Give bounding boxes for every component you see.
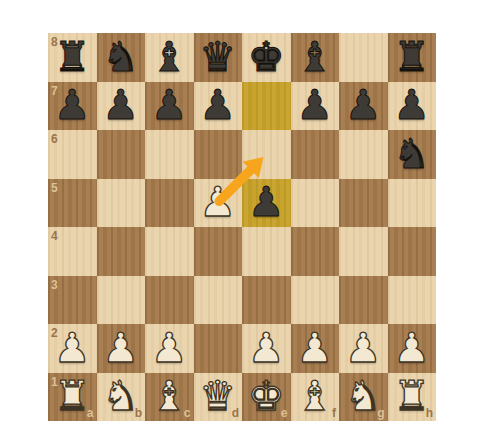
square-f5[interactable] <box>291 179 340 228</box>
black-knight-h6-piece[interactable]: ♞ <box>393 134 430 175</box>
rank-label-8: 8 <box>51 36 58 48</box>
rank-label-3: 3 <box>51 279 58 291</box>
chess-board: 8♜♞♝♛♚♝♜7♟♟♟♟♟♟♟6♞5♟♟432♟♟♟♟♟♟♟1a♜b♞c♝d♛… <box>48 33 436 421</box>
chess-board-container: 8♜♞♝♛♚♝♜7♟♟♟♟♟♟♟6♞5♟♟432♟♟♟♟♟♟♟1a♜b♞c♝d♛… <box>48 33 436 421</box>
square-c8[interactable]: ♝ <box>145 33 194 82</box>
square-h6[interactable]: ♞ <box>388 130 437 179</box>
square-h3[interactable] <box>388 276 437 325</box>
square-d7[interactable]: ♟ <box>194 82 243 131</box>
white-pawn-b2-piece[interactable]: ♟ <box>102 328 139 369</box>
file-label-d: d <box>232 407 239 419</box>
black-pawn-c7-piece[interactable]: ♟ <box>151 85 188 126</box>
square-c1[interactable]: c♝ <box>145 373 194 422</box>
square-e6[interactable] <box>242 130 291 179</box>
black-queen-d8-piece[interactable]: ♛ <box>199 37 236 78</box>
file-label-a: a <box>87 407 94 419</box>
black-knight-b8-piece[interactable]: ♞ <box>102 37 139 78</box>
square-e3[interactable] <box>242 276 291 325</box>
black-bishop-c8-piece[interactable]: ♝ <box>151 37 188 78</box>
white-pawn-h2-piece[interactable]: ♟ <box>393 328 430 369</box>
square-d1[interactable]: d♛ <box>194 373 243 422</box>
square-c3[interactable] <box>145 276 194 325</box>
square-a2[interactable]: 2♟ <box>48 324 97 373</box>
square-c6[interactable] <box>145 130 194 179</box>
square-b8[interactable]: ♞ <box>97 33 146 82</box>
square-d4[interactable] <box>194 227 243 276</box>
square-a5[interactable]: 5 <box>48 179 97 228</box>
square-b3[interactable] <box>97 276 146 325</box>
square-d2[interactable] <box>194 324 243 373</box>
white-knight-g1-piece[interactable]: ♞ <box>345 376 382 417</box>
square-f4[interactable] <box>291 227 340 276</box>
square-h2[interactable]: ♟ <box>388 324 437 373</box>
rank-label-7: 7 <box>51 85 58 97</box>
square-g3[interactable] <box>339 276 388 325</box>
black-pawn-d7-piece[interactable]: ♟ <box>199 85 236 126</box>
square-a1[interactable]: 1a♜ <box>48 373 97 422</box>
square-g2[interactable]: ♟ <box>339 324 388 373</box>
file-label-e: e <box>281 407 288 419</box>
white-queen-d1-piece[interactable]: ♛ <box>199 376 236 417</box>
square-e5[interactable]: ♟ <box>242 179 291 228</box>
rank-label-4: 4 <box>51 230 58 242</box>
square-b2[interactable]: ♟ <box>97 324 146 373</box>
white-bishop-f1-piece[interactable]: ♝ <box>296 376 333 417</box>
white-king-e1-piece[interactable]: ♚ <box>248 376 285 417</box>
black-pawn-e5-piece[interactable]: ♟ <box>248 182 285 223</box>
square-b4[interactable] <box>97 227 146 276</box>
square-d6[interactable] <box>194 130 243 179</box>
square-e1[interactable]: e♚ <box>242 373 291 422</box>
square-f6[interactable] <box>291 130 340 179</box>
square-g7[interactable]: ♟ <box>339 82 388 131</box>
square-b5[interactable] <box>97 179 146 228</box>
black-bishop-f8-piece[interactable]: ♝ <box>296 37 333 78</box>
square-g6[interactable] <box>339 130 388 179</box>
square-b7[interactable]: ♟ <box>97 82 146 131</box>
square-h1[interactable]: h♜ <box>388 373 437 422</box>
black-king-e8-piece[interactable]: ♚ <box>248 37 285 78</box>
square-d5[interactable]: ♟ <box>194 179 243 228</box>
black-pawn-h7-piece[interactable]: ♟ <box>393 85 430 126</box>
square-h5[interactable] <box>388 179 437 228</box>
file-label-c: c <box>184 407 191 419</box>
square-c2[interactable]: ♟ <box>145 324 194 373</box>
black-pawn-g7-piece[interactable]: ♟ <box>345 85 382 126</box>
white-bishop-c1-piece[interactable]: ♝ <box>151 376 188 417</box>
square-f7[interactable]: ♟ <box>291 82 340 131</box>
square-g1[interactable]: g♞ <box>339 373 388 422</box>
white-pawn-g2-piece[interactable]: ♟ <box>345 328 382 369</box>
rank-label-1: 1 <box>51 376 58 388</box>
square-f3[interactable] <box>291 276 340 325</box>
square-d3[interactable] <box>194 276 243 325</box>
file-label-h: h <box>426 407 433 419</box>
square-c4[interactable] <box>145 227 194 276</box>
square-e4[interactable] <box>242 227 291 276</box>
square-g4[interactable] <box>339 227 388 276</box>
square-a4[interactable]: 4 <box>48 227 97 276</box>
square-c7[interactable]: ♟ <box>145 82 194 131</box>
white-pawn-a2-piece[interactable]: ♟ <box>54 328 91 369</box>
square-f2[interactable]: ♟ <box>291 324 340 373</box>
square-g5[interactable] <box>339 179 388 228</box>
square-f1[interactable]: f♝ <box>291 373 340 422</box>
square-d8[interactable]: ♛ <box>194 33 243 82</box>
white-pawn-f2-piece[interactable]: ♟ <box>296 328 333 369</box>
square-b1[interactable]: b♞ <box>97 373 146 422</box>
file-label-f: f <box>332 407 336 419</box>
black-pawn-a7-piece[interactable]: ♟ <box>54 85 91 126</box>
square-b6[interactable] <box>97 130 146 179</box>
square-e2[interactable]: ♟ <box>242 324 291 373</box>
square-e8[interactable]: ♚ <box>242 33 291 82</box>
square-a6[interactable]: 6 <box>48 130 97 179</box>
square-h7[interactable]: ♟ <box>388 82 437 131</box>
rank-label-2: 2 <box>51 327 58 339</box>
square-a3[interactable]: 3 <box>48 276 97 325</box>
square-g8[interactable] <box>339 33 388 82</box>
square-a8[interactable]: 8♜ <box>48 33 97 82</box>
black-pawn-f7-piece[interactable]: ♟ <box>296 85 333 126</box>
white-rook-a1-piece[interactable]: ♜ <box>54 376 91 417</box>
white-pawn-c2-piece[interactable]: ♟ <box>151 328 188 369</box>
white-knight-b1-piece[interactable]: ♞ <box>102 376 139 417</box>
rank-label-5: 5 <box>51 182 58 194</box>
black-rook-a8-piece[interactable]: ♜ <box>54 37 91 78</box>
white-rook-h1-piece[interactable]: ♜ <box>393 376 430 417</box>
white-pawn-e2-piece[interactable]: ♟ <box>248 328 285 369</box>
file-label-g: g <box>377 407 384 419</box>
square-a7[interactable]: 7♟ <box>48 82 97 131</box>
square-h8[interactable]: ♜ <box>388 33 437 82</box>
black-pawn-b7-piece[interactable]: ♟ <box>102 85 139 126</box>
file-label-b: b <box>135 407 142 419</box>
square-f8[interactable]: ♝ <box>291 33 340 82</box>
rank-label-6: 6 <box>51 133 58 145</box>
square-h4[interactable] <box>388 227 437 276</box>
square-e7[interactable] <box>242 82 291 131</box>
square-c5[interactable] <box>145 179 194 228</box>
white-pawn-d5-piece[interactable]: ♟ <box>199 182 236 223</box>
black-rook-h8-piece[interactable]: ♜ <box>393 37 430 78</box>
